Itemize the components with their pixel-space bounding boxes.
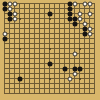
- white-stone: [72, 1, 77, 6]
- star-point: [49, 78, 51, 80]
- white-stone: [77, 16, 82, 21]
- grid-line-vertical: [54, 3, 55, 94]
- black-stone: [2, 36, 7, 41]
- grid-line-horizontal: [4, 93, 95, 94]
- white-stone: [72, 51, 77, 56]
- grid-line-vertical: [94, 3, 95, 94]
- black-stone: [72, 21, 77, 26]
- star-point: [49, 48, 51, 50]
- grid-line-vertical: [64, 3, 65, 94]
- grid-line-horizontal: [4, 53, 95, 54]
- star-point: [49, 18, 51, 20]
- grid-line-vertical: [89, 3, 90, 94]
- black-stone: [62, 66, 67, 71]
- grid-line-vertical: [84, 3, 85, 94]
- black-stone: [77, 66, 82, 71]
- star-point: [79, 48, 81, 50]
- white-stone: [12, 1, 17, 6]
- grid-line-horizontal: [4, 88, 95, 89]
- grid-line-vertical: [59, 3, 60, 94]
- grid-line-horizontal: [4, 58, 95, 59]
- black-stone: [17, 76, 22, 81]
- black-stone: [47, 61, 52, 66]
- grid-line-horizontal: [4, 73, 95, 74]
- white-stone: [87, 11, 92, 16]
- star-point: [19, 48, 21, 50]
- go-board[interactable]: [0, 0, 100, 100]
- white-stone: [12, 16, 17, 21]
- white-stone: [72, 71, 77, 76]
- white-stone: [87, 1, 92, 6]
- grid-line-horizontal: [4, 83, 95, 84]
- white-stone: [67, 76, 72, 81]
- star-point: [79, 78, 81, 80]
- black-stone: [47, 11, 52, 16]
- star-point: [19, 18, 21, 20]
- white-stone: [87, 31, 92, 36]
